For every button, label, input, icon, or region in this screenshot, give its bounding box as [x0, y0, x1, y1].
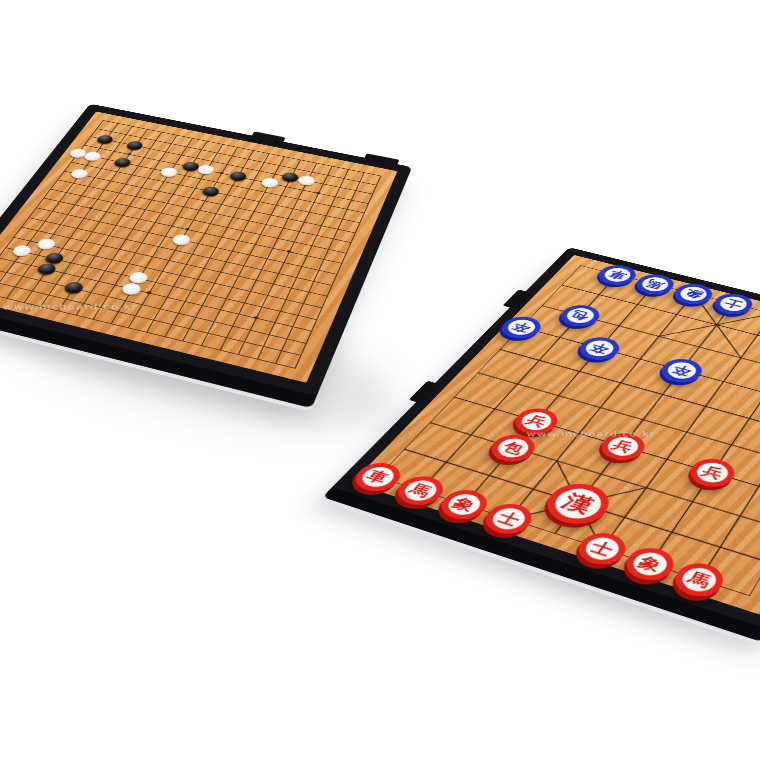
go-stone-black[interactable] — [62, 281, 86, 296]
go-stone-black[interactable] — [35, 262, 58, 276]
go-grid — [0, 120, 381, 369]
janggi-piece-glyph: 馬 — [685, 570, 714, 590]
go-stone-white[interactable] — [259, 177, 279, 189]
janggi-piece-glyph: 卒 — [669, 363, 693, 377]
janggi-piece-red-king-han[interactable]: 漢 — [537, 477, 619, 530]
janggi-piece-red-advisor[interactable]: 士 — [478, 500, 540, 540]
janggi-piece-blue-soldier[interactable]: 卒 — [495, 313, 547, 341]
go-stone-black[interactable] — [227, 170, 247, 182]
go-star-point — [88, 207, 93, 210]
janggi-piece-glyph: 兵 — [523, 413, 549, 429]
janggi-piece-glyph: 卒 — [588, 341, 612, 355]
janggi-piece-glyph: 士 — [722, 297, 745, 310]
janggi-piece-glyph: 象 — [636, 554, 665, 574]
janggi-piece-glyph: 包 — [568, 309, 592, 322]
go-stone-white[interactable] — [10, 244, 33, 258]
janggi-piece-blue-soldier[interactable]: 卒 — [655, 355, 707, 386]
janggi-piece-glyph: 車 — [606, 269, 628, 281]
go-star-point — [286, 250, 291, 253]
go-stone-black[interactable] — [95, 134, 115, 145]
janggi-piece-glyph: 士 — [587, 539, 616, 558]
go-star-point — [127, 153, 132, 156]
go-stone-white[interactable] — [171, 233, 193, 246]
janggi-piece-glyph: 象 — [683, 288, 706, 300]
go-star-point — [185, 228, 190, 231]
janggi-piece-blue-soldier[interactable]: 卒 — [574, 334, 626, 363]
janggi-piece-blue-advisor[interactable]: 士 — [709, 290, 758, 317]
go-star-point — [219, 172, 224, 175]
janggi-piece-glyph: 包 — [500, 440, 527, 456]
go-stone-white[interactable] — [69, 168, 90, 180]
janggi-piece-glyph: 兵 — [699, 464, 725, 481]
janggi-piece-red-elephant[interactable]: 象 — [619, 543, 681, 586]
janggi-piece-glyph: 卒 — [509, 320, 533, 333]
janggi-piece-red-horse[interactable]: 馬 — [668, 559, 730, 603]
janggi-piece-glyph: 馬 — [406, 482, 434, 500]
janggi-piece-blue-elephant[interactable]: 象 — [670, 281, 719, 308]
go-stone-black[interactable] — [125, 140, 145, 151]
go-stone-white[interactable] — [34, 238, 57, 251]
go-stone-white[interactable] — [120, 282, 143, 297]
watermark-go: www.mcboard.co.kr — [3, 302, 139, 311]
janggi-piece-blue-cannon[interactable]: 包 — [555, 302, 606, 330]
watermark-janggi: www.mcboard.co.kr — [527, 430, 656, 438]
janggi-piece-blue-horse[interactable]: 馬 — [631, 271, 680, 297]
janggi-piece-red-advisor[interactable]: 士 — [571, 528, 633, 570]
go-stone-white[interactable] — [297, 175, 317, 187]
janggi-piece-glyph: 兵 — [609, 438, 635, 454]
janggi-piece-glyph: 漢 — [559, 491, 598, 516]
janggi-piece-red-soldier[interactable]: 兵 — [684, 455, 741, 492]
go-star-point — [253, 316, 258, 320]
janggi-piece-glyph: 士 — [495, 510, 524, 528]
go-stone-black[interactable] — [113, 157, 134, 168]
go-star-point — [316, 192, 321, 195]
go-star-point — [147, 291, 152, 294]
janggi-piece-blue-chariot[interactable]: 車 — [593, 262, 641, 288]
janggi-piece-glyph: 象 — [450, 496, 478, 514]
go-stone-white[interactable] — [159, 166, 180, 178]
go-stone-black[interactable] — [200, 185, 221, 197]
janggi-piece-glyph: 馬 — [644, 278, 666, 290]
janggi-piece-glyph: 車 — [363, 468, 391, 485]
go-stone-white[interactable] — [196, 164, 216, 176]
